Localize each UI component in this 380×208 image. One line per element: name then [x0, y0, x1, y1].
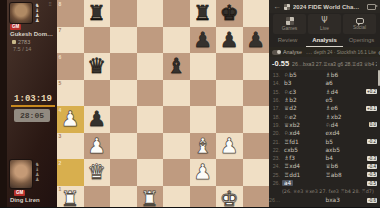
tab-review[interactable]: Review: [269, 35, 306, 47]
variation-line[interactable]: (26. ♕e3 ♕xe3 27. fxe3 ♖b4 28. ♖d7): [269, 187, 380, 196]
move-number: 25.: [269, 172, 282, 178]
white-move[interactable]: ♖dd1: [282, 172, 324, 178]
white-pawn-b3[interactable]: ♟: [84, 133, 111, 160]
square-b6[interactable]: ♛: [84, 53, 111, 80]
rating-icon: [12, 40, 16, 44]
black-move[interactable]: ♗e6: [324, 105, 366, 111]
move-row: 24.♖xd4♕b6-0.4: [269, 162, 380, 170]
square-f7[interactable]: ♟: [190, 27, 217, 54]
white-pawn-f2[interactable]: ♟: [190, 159, 217, 186]
square-e1[interactable]: [163, 186, 190, 208]
sidebar-edge: [0, 0, 7, 207]
square-f3[interactable]: ♝: [190, 133, 217, 160]
move-number: 13.: [269, 72, 282, 78]
black-queen-b6[interactable]: ♛: [84, 53, 111, 80]
white-move[interactable]: ♘b5: [282, 72, 324, 78]
square-c1[interactable]: [110, 186, 137, 208]
move-number: 26.: [269, 180, 282, 186]
move-number: 18.: [269, 114, 282, 120]
square-f1[interactable]: [190, 186, 217, 208]
top-player-score: 7.5 / 14: [13, 46, 31, 52]
square-h6[interactable]: [243, 53, 270, 80]
panel-button-label: Games: [282, 26, 297, 31]
white-move[interactable]: ♗b2: [282, 97, 324, 103]
eval-chip: -0.4: [367, 164, 377, 169]
square-g2[interactable]: [216, 159, 243, 186]
panel-button-live[interactable]: ΨLive: [308, 14, 341, 34]
square-a2[interactable]: 2: [57, 159, 84, 186]
black-pawn-h7[interactable]: ♟: [243, 27, 270, 54]
black-rook-f8[interactable]: ♜: [190, 0, 217, 27]
move-row: 16.♗b2e5: [269, 96, 380, 104]
square-h2[interactable]: [243, 159, 270, 186]
square-e4[interactable]: [163, 106, 190, 133]
square-e3[interactable]: [163, 133, 190, 160]
black-move[interactable]: exd4: [324, 130, 366, 136]
square-e8[interactable]: [163, 0, 190, 27]
mini-board-icon: [284, 4, 290, 10]
white-move[interactable]: ♕d2: [282, 105, 324, 111]
evaluation-score: -0.55: [272, 59, 289, 68]
white-rook-a1[interactable]: ♜: [57, 186, 84, 208]
back-icon[interactable]: ←: [273, 1, 281, 13]
square-a1[interactable]: 1♜: [57, 186, 84, 208]
eval-chip: -0.2: [367, 139, 377, 144]
black-bishop-e6[interactable]: ♝: [163, 53, 190, 80]
square-e5[interactable]: [163, 80, 190, 107]
top-player-captured-pieces: ♞ ♝ ♟ ♟: [35, 3, 39, 23]
square-g1[interactable]: ♚: [216, 186, 243, 208]
panel-button-label: Social: [353, 25, 366, 30]
chat-bubble-icon: [356, 18, 364, 24]
move-row: 26…bxa3-0.6: [269, 196, 380, 204]
square-e6[interactable]: ♝: [163, 53, 190, 80]
top-player-avatar: [10, 3, 32, 23]
top-player-name[interactable]: Gukesh Dom…: [10, 31, 53, 37]
square-b5[interactable]: [84, 80, 111, 107]
panel-button-label: Live: [320, 26, 329, 31]
square-e2[interactable]: [163, 159, 190, 186]
move-number: 26…: [269, 197, 282, 203]
square-c7[interactable]: [110, 27, 137, 54]
square-f5[interactable]: [190, 80, 217, 107]
square-d7[interactable]: [137, 27, 164, 54]
white-move[interactable]: ♕xb2: [282, 122, 324, 128]
square-a4[interactable]: 4♟: [57, 106, 84, 133]
move-number: 16.: [269, 97, 282, 103]
square-e7[interactable]: [163, 27, 190, 54]
square-b1[interactable]: [84, 186, 111, 208]
white-queen-b2[interactable]: ♛: [84, 159, 111, 186]
black-move[interactable]: ♗b6: [324, 72, 366, 78]
white-move[interactable]: ♖xd4: [282, 163, 324, 169]
move-number: 15.: [269, 89, 282, 95]
square-g6[interactable]: [216, 53, 243, 80]
black-move[interactable]: ♗xb2: [324, 114, 366, 120]
move-list[interactable]: 13.♘b5♗b614.b3a615.♘c3♗d4+0.216.♗b2e517.…: [269, 70, 380, 207]
white-king-g1[interactable]: ♚: [216, 186, 243, 208]
rank-label-3: 3: [59, 133, 62, 139]
square-f4[interactable]: [190, 106, 217, 133]
black-move[interactable]: bxa3: [324, 197, 366, 203]
move-number: 17.: [269, 105, 282, 111]
square-d2[interactable]: [137, 159, 164, 186]
bottom-player-clock: 28:05: [14, 109, 50, 122]
black-move[interactable]: ♖ab8: [324, 172, 366, 178]
panel-button-games[interactable]: Games: [273, 14, 306, 34]
square-d5[interactable]: [137, 80, 164, 107]
move-row: 22.cxb5axb5: [269, 146, 380, 154]
move-row: 26.a4-0.5: [269, 179, 380, 187]
square-d8[interactable]: [137, 0, 164, 27]
bottom-player-avatar: [10, 160, 32, 188]
games-grid-icon: [286, 17, 294, 25]
square-c6[interactable]: [110, 53, 137, 80]
engine-toggle[interactable]: [272, 50, 281, 55]
bottom-player-captured-pieces: ♞ ♝ ♟ ♟: [35, 162, 39, 182]
engine-menu-icon[interactable]: ⋯: [306, 49, 312, 56]
eval-chip: -0.5: [367, 181, 377, 186]
black-move[interactable]: b4: [324, 155, 366, 161]
chess-board[interactable]: 8♜♜♚7♟♟♟6♛♝54♟♟3♟♝♟2♛♟1♜♜♚: [57, 0, 269, 207]
eval-chip: -0.6: [367, 198, 377, 203]
panel-tabs: ReviewAnalysisOpenings: [269, 35, 380, 47]
square-f6[interactable]: [190, 53, 217, 80]
black-move[interactable]: e5: [324, 97, 366, 103]
square-h3[interactable]: [243, 133, 270, 160]
square-h1[interactable]: [243, 186, 270, 208]
square-b4[interactable]: ♟: [84, 106, 111, 133]
sidebar-menu-icon[interactable]: ⠿: [48, 2, 52, 7]
square-h4[interactable]: [243, 106, 270, 133]
tab-openings[interactable]: Openings: [343, 35, 380, 47]
black-king-g8[interactable]: ♚: [216, 0, 243, 27]
broadcast-antenna-icon: Ψ: [321, 17, 327, 25]
top-player-title-badge: GM: [10, 24, 21, 30]
eval-chip: -0.5: [367, 172, 377, 177]
square-h8[interactable]: [243, 0, 270, 27]
panel-iconbar: GamesΨLiveSocial: [269, 13, 380, 35]
black-move[interactable]: ♘d4: [324, 122, 366, 128]
square-d3[interactable]: [137, 133, 164, 160]
engine-label: Analyse: [283, 49, 302, 55]
eval-chip: +0.1: [366, 106, 377, 111]
white-move[interactable]: ♘e2: [282, 114, 324, 120]
white-move[interactable]: b3: [282, 80, 324, 86]
white-move[interactable]: a4: [282, 180, 293, 186]
principal-variation[interactable]: 26…bxa3 27.♖xa3 g6 28.♖d3 ♕b4 29.♖e3 ♖a8…: [292, 61, 377, 67]
move-number: 20.: [269, 130, 282, 136]
square-h7[interactable]: ♟: [243, 27, 270, 54]
top-player-rating: 2783: [12, 39, 30, 45]
eval-chip: 0.0: [369, 122, 377, 127]
white-move[interactable]: ♗f3: [282, 155, 324, 161]
square-g4[interactable]: [216, 106, 243, 133]
square-f2[interactable]: ♟: [190, 159, 217, 186]
player-sidebar: ⠿ ♞ ♝ ♟ ♟ GM Gukesh Dom… 2783 7.5 / 14 1…: [0, 0, 57, 207]
rank-label-2: 2: [59, 160, 62, 166]
move-number: 22.: [269, 147, 282, 153]
square-d1[interactable]: ♜: [137, 186, 164, 208]
move-number: 21.: [269, 139, 282, 145]
black-pawn-g7[interactable]: ♟: [216, 27, 243, 54]
square-b8[interactable]: ♜: [84, 0, 111, 27]
board-area: 8♜♜♚7♟♟♟6♛♝54♟♟3♟♝♟2♛♟1♜♜♚: [57, 0, 269, 207]
move-row: 23.♗f3b4-0.3: [269, 154, 380, 162]
black-move[interactable]: b5: [324, 139, 366, 145]
broadcast-title[interactable]: 2024 FIDE World Champio…: [293, 4, 364, 10]
square-g5[interactable]: [216, 80, 243, 107]
move-row: 25.♖dd1♖ab8-0.5: [269, 171, 380, 179]
white-move[interactable]: cxb5: [282, 147, 324, 153]
square-b7[interactable]: [84, 27, 111, 54]
square-a5[interactable]: 5: [57, 80, 84, 107]
black-pawn-b4[interactable]: ♟: [84, 106, 111, 133]
evaluation-row: -0.55 26…bxa3 27.♖xa3 g6 28.♖d3 ♕b4 29.♖…: [269, 57, 380, 70]
square-c4[interactable]: [110, 106, 137, 133]
black-move[interactable]: a6: [324, 80, 366, 86]
engine-info: depth 24 · Stockfish 16.1 Lite: [314, 50, 376, 55]
square-c5[interactable]: [110, 80, 137, 107]
panel-header: ← 2024 FIDE World Champio…: [269, 0, 380, 13]
square-b2[interactable]: ♛: [84, 159, 111, 186]
black-move[interactable]: ♕b6: [324, 163, 366, 169]
rank-label-8: 8: [59, 1, 62, 7]
square-f8[interactable]: ♜: [190, 0, 217, 27]
square-d6[interactable]: [137, 53, 164, 80]
white-rook-d1[interactable]: ♜: [137, 186, 164, 208]
white-pawn-g3[interactable]: ♟: [216, 133, 243, 160]
bottom-player-title-badge: GM: [14, 190, 25, 196]
bottom-player-name[interactable]: Ding Liren: [10, 197, 40, 203]
move-number: 19.: [269, 122, 282, 128]
move-number: 24.: [269, 163, 282, 169]
black-pawn-f7[interactable]: ♟: [190, 27, 217, 54]
square-b3[interactable]: ♟: [84, 133, 111, 160]
move-row: 19.♕xb2♘d40.0: [269, 121, 380, 129]
move-list-scrollbar[interactable]: [378, 70, 380, 86]
square-a6[interactable]: 6: [57, 53, 84, 80]
square-c2[interactable]: [110, 159, 137, 186]
move-row: 13.♘b5♗b6: [269, 71, 380, 79]
square-g8[interactable]: ♚: [216, 0, 243, 27]
white-bishop-f3[interactable]: ♝: [190, 133, 217, 160]
rank-label-7: 7: [59, 27, 62, 33]
move-row: 20.♘xd4exd4: [269, 129, 380, 137]
move-row: 14.b3a6: [269, 79, 380, 87]
move-row: 21.♖fd1b5-0.2: [269, 137, 380, 145]
move-row: 15.♘c3♗d4+0.2: [269, 88, 380, 96]
eval-chip: -0.3: [367, 156, 377, 161]
move-number: 14.: [269, 80, 282, 86]
square-c8[interactable]: [110, 0, 137, 27]
white-move[interactable]: ♘c3: [282, 89, 324, 95]
white-move[interactable]: ♖fd1: [282, 139, 324, 145]
analysis-panel: ← 2024 FIDE World Champio… GamesΨLiveSoc…: [269, 0, 380, 207]
square-a3[interactable]: 3: [57, 133, 84, 160]
move-row: 18.♘e2♗xb2: [269, 112, 380, 120]
square-h5[interactable]: [243, 80, 270, 107]
rank-label-6: 6: [59, 54, 62, 60]
move-row: 17.♕d2♗e6+0.1: [269, 104, 380, 112]
top-player-clock: 1:03:19: [11, 94, 55, 107]
square-c3[interactable]: [110, 133, 137, 160]
square-d4[interactable]: [137, 106, 164, 133]
video-camera-icon[interactable]: [367, 4, 376, 10]
square-g3[interactable]: ♟: [216, 133, 243, 160]
black-move[interactable]: ♗d4: [324, 89, 366, 95]
panel-button-social[interactable]: Social: [343, 14, 376, 34]
tab-analysis[interactable]: Analysis: [306, 35, 343, 47]
square-g7[interactable]: ♟: [216, 27, 243, 54]
engine-row: Analyse ⋯ depth 24 · Stockfish 16.1 Lite…: [269, 47, 380, 57]
white-pawn-a4[interactable]: ♟: [57, 106, 84, 133]
eval-chip: +0.2: [366, 89, 377, 94]
move-number: 23.: [269, 155, 282, 161]
black-move[interactable]: axb5: [324, 147, 366, 153]
rank-label-5: 5: [59, 80, 62, 86]
white-move[interactable]: ♘xd4: [282, 130, 324, 136]
square-a8[interactable]: 8: [57, 0, 84, 27]
app-window: ⠿ ♞ ♝ ♟ ♟ GM Gukesh Dom… 2783 7.5 / 14 1…: [0, 0, 380, 207]
square-a7[interactable]: 7: [57, 27, 84, 54]
black-rook-b8[interactable]: ♜: [84, 0, 111, 27]
